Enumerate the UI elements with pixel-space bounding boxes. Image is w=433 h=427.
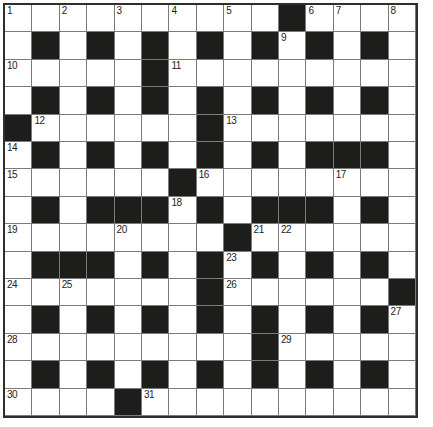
white-cell[interactable] bbox=[389, 361, 416, 388]
white-cell[interactable]: 12 bbox=[32, 115, 59, 142]
black-cell bbox=[279, 5, 306, 32]
black-cell bbox=[32, 142, 59, 169]
white-cell[interactable] bbox=[197, 334, 224, 361]
white-cell[interactable] bbox=[306, 115, 333, 142]
white-cell[interactable]: 28 bbox=[5, 334, 32, 361]
black-cell bbox=[252, 306, 279, 333]
white-cell[interactable] bbox=[32, 169, 59, 196]
black-cell bbox=[142, 142, 169, 169]
white-cell[interactable] bbox=[60, 142, 87, 169]
white-cell[interactable] bbox=[224, 87, 251, 114]
black-cell bbox=[142, 361, 169, 388]
white-cell[interactable]: 25 bbox=[60, 279, 87, 306]
clue-number: 16 bbox=[199, 170, 209, 180]
white-cell[interactable] bbox=[389, 389, 416, 416]
white-cell[interactable] bbox=[169, 87, 196, 114]
white-cell[interactable] bbox=[87, 169, 114, 196]
white-cell[interactable] bbox=[224, 197, 251, 224]
white-cell[interactable] bbox=[224, 169, 251, 196]
white-cell[interactable] bbox=[115, 361, 142, 388]
white-cell[interactable] bbox=[306, 279, 333, 306]
white-cell[interactable]: 23 bbox=[224, 252, 251, 279]
crossword-grid: 1234567891011121314151617181920212223242… bbox=[3, 3, 418, 418]
white-cell[interactable] bbox=[142, 169, 169, 196]
clue-number: 28 bbox=[7, 335, 17, 345]
black-cell bbox=[197, 115, 224, 142]
black-cell bbox=[197, 279, 224, 306]
clue-number: 23 bbox=[226, 253, 236, 263]
white-cell[interactable]: 16 bbox=[197, 169, 224, 196]
white-cell[interactable] bbox=[279, 115, 306, 142]
white-cell[interactable] bbox=[60, 87, 87, 114]
white-cell[interactable]: 24 bbox=[5, 279, 32, 306]
black-cell bbox=[197, 197, 224, 224]
crossword-page: 1234567891011121314151617181920212223242… bbox=[0, 0, 433, 427]
white-cell[interactable] bbox=[252, 279, 279, 306]
white-cell[interactable] bbox=[115, 142, 142, 169]
white-cell[interactable] bbox=[115, 252, 142, 279]
white-cell[interactable] bbox=[115, 32, 142, 59]
clue-number: 30 bbox=[7, 390, 17, 400]
white-cell[interactable] bbox=[60, 197, 87, 224]
white-cell[interactable] bbox=[87, 279, 114, 306]
white-cell[interactable] bbox=[60, 361, 87, 388]
clue-number: 13 bbox=[226, 116, 236, 126]
white-cell[interactable]: 9 bbox=[279, 32, 306, 59]
white-cell[interactable] bbox=[5, 197, 32, 224]
white-cell[interactable] bbox=[334, 334, 361, 361]
black-cell bbox=[197, 306, 224, 333]
white-cell[interactable] bbox=[389, 115, 416, 142]
white-cell[interactable] bbox=[252, 169, 279, 196]
white-cell[interactable] bbox=[361, 279, 388, 306]
white-cell[interactable]: 1 bbox=[5, 5, 32, 32]
white-cell[interactable]: 20 bbox=[115, 224, 142, 251]
black-cell bbox=[252, 32, 279, 59]
black-cell bbox=[115, 197, 142, 224]
white-cell[interactable] bbox=[197, 60, 224, 87]
black-cell bbox=[306, 142, 333, 169]
white-cell[interactable]: 8 bbox=[389, 5, 416, 32]
white-cell[interactable] bbox=[60, 334, 87, 361]
white-cell[interactable] bbox=[169, 334, 196, 361]
white-cell[interactable] bbox=[361, 389, 388, 416]
white-cell[interactable] bbox=[279, 279, 306, 306]
white-cell[interactable] bbox=[224, 306, 251, 333]
white-cell[interactable] bbox=[169, 115, 196, 142]
clue-number: 1 bbox=[7, 6, 12, 16]
white-cell[interactable] bbox=[142, 115, 169, 142]
black-cell bbox=[142, 60, 169, 87]
white-cell[interactable] bbox=[334, 87, 361, 114]
clue-number: 2 bbox=[62, 6, 67, 16]
white-cell[interactable] bbox=[142, 334, 169, 361]
white-cell[interactable] bbox=[32, 279, 59, 306]
white-cell[interactable] bbox=[142, 5, 169, 32]
black-cell bbox=[197, 142, 224, 169]
white-cell[interactable]: 5 bbox=[224, 5, 251, 32]
white-cell[interactable] bbox=[252, 115, 279, 142]
black-cell bbox=[361, 197, 388, 224]
clue-number: 31 bbox=[144, 390, 154, 400]
white-cell[interactable] bbox=[5, 87, 32, 114]
white-cell[interactable] bbox=[87, 5, 114, 32]
white-cell[interactable] bbox=[279, 60, 306, 87]
white-cell[interactable] bbox=[32, 389, 59, 416]
white-cell[interactable] bbox=[142, 224, 169, 251]
white-cell[interactable] bbox=[169, 142, 196, 169]
white-cell[interactable] bbox=[32, 224, 59, 251]
clue-number: 4 bbox=[171, 6, 176, 16]
clue-number: 7 bbox=[336, 6, 341, 16]
white-cell[interactable] bbox=[389, 142, 416, 169]
white-cell[interactable] bbox=[361, 169, 388, 196]
white-cell[interactable]: 4 bbox=[169, 5, 196, 32]
black-cell bbox=[306, 32, 333, 59]
white-cell[interactable] bbox=[224, 389, 251, 416]
white-cell[interactable] bbox=[334, 32, 361, 59]
clue-number: 27 bbox=[391, 307, 401, 317]
white-cell[interactable] bbox=[60, 32, 87, 59]
white-cell[interactable] bbox=[224, 361, 251, 388]
black-cell bbox=[252, 142, 279, 169]
white-cell[interactable]: 27 bbox=[389, 306, 416, 333]
white-cell[interactable]: 13 bbox=[224, 115, 251, 142]
black-cell bbox=[115, 389, 142, 416]
white-cell[interactable] bbox=[389, 32, 416, 59]
white-cell[interactable] bbox=[169, 279, 196, 306]
clue-number: 29 bbox=[281, 335, 291, 345]
black-cell bbox=[334, 142, 361, 169]
black-cell bbox=[87, 361, 114, 388]
clue-number: 18 bbox=[171, 198, 181, 208]
white-cell[interactable] bbox=[279, 142, 306, 169]
clue-number: 26 bbox=[226, 280, 236, 290]
white-cell[interactable] bbox=[5, 252, 32, 279]
clue-number: 8 bbox=[391, 6, 396, 16]
black-cell bbox=[197, 361, 224, 388]
white-cell[interactable]: 6 bbox=[306, 5, 333, 32]
black-cell bbox=[142, 32, 169, 59]
clue-number: 9 bbox=[281, 33, 286, 43]
white-cell[interactable]: 21 bbox=[252, 224, 279, 251]
white-cell[interactable] bbox=[87, 115, 114, 142]
white-cell[interactable] bbox=[279, 306, 306, 333]
black-cell bbox=[389, 279, 416, 306]
white-cell[interactable]: 2 bbox=[60, 5, 87, 32]
white-cell[interactable] bbox=[32, 334, 59, 361]
white-cell[interactable] bbox=[279, 87, 306, 114]
white-cell[interactable] bbox=[60, 60, 87, 87]
white-cell[interactable] bbox=[224, 32, 251, 59]
white-cell[interactable]: 31 bbox=[142, 389, 169, 416]
white-cell[interactable] bbox=[334, 389, 361, 416]
clue-number: 25 bbox=[62, 280, 72, 290]
clue-number: 17 bbox=[336, 170, 346, 180]
black-cell bbox=[87, 252, 114, 279]
white-cell[interactable]: 26 bbox=[224, 279, 251, 306]
white-cell[interactable] bbox=[306, 60, 333, 87]
clue-number: 6 bbox=[308, 6, 313, 16]
white-cell[interactable] bbox=[334, 279, 361, 306]
white-cell[interactable] bbox=[252, 389, 279, 416]
black-cell bbox=[169, 169, 196, 196]
white-cell[interactable]: 10 bbox=[5, 60, 32, 87]
white-cell[interactable] bbox=[115, 169, 142, 196]
white-cell[interactable] bbox=[389, 224, 416, 251]
white-cell[interactable] bbox=[279, 389, 306, 416]
white-cell[interactable] bbox=[60, 224, 87, 251]
black-cell bbox=[87, 306, 114, 333]
white-cell[interactable] bbox=[87, 334, 114, 361]
white-cell[interactable] bbox=[169, 389, 196, 416]
black-cell bbox=[32, 252, 59, 279]
white-cell[interactable] bbox=[306, 389, 333, 416]
white-cell[interactable] bbox=[60, 389, 87, 416]
black-cell bbox=[306, 197, 333, 224]
white-cell[interactable] bbox=[115, 87, 142, 114]
black-cell bbox=[361, 32, 388, 59]
white-cell[interactable] bbox=[279, 361, 306, 388]
white-cell[interactable] bbox=[361, 224, 388, 251]
white-cell[interactable] bbox=[60, 306, 87, 333]
black-cell bbox=[361, 252, 388, 279]
white-cell[interactable] bbox=[334, 361, 361, 388]
white-cell[interactable] bbox=[115, 115, 142, 142]
black-cell bbox=[87, 87, 114, 114]
black-cell bbox=[279, 197, 306, 224]
black-cell bbox=[32, 87, 59, 114]
white-cell[interactable] bbox=[279, 169, 306, 196]
black-cell bbox=[361, 306, 388, 333]
white-cell[interactable]: 30 bbox=[5, 389, 32, 416]
white-cell[interactable]: 19 bbox=[5, 224, 32, 251]
white-cell[interactable] bbox=[5, 306, 32, 333]
white-cell[interactable] bbox=[169, 224, 196, 251]
white-cell[interactable] bbox=[5, 32, 32, 59]
white-cell[interactable] bbox=[87, 224, 114, 251]
white-cell[interactable]: 29 bbox=[279, 334, 306, 361]
white-cell[interactable] bbox=[389, 252, 416, 279]
clue-number: 19 bbox=[7, 225, 17, 235]
clue-number: 11 bbox=[171, 61, 180, 71]
black-cell bbox=[32, 197, 59, 224]
clue-number: 24 bbox=[7, 280, 17, 290]
white-cell[interactable] bbox=[252, 5, 279, 32]
black-cell bbox=[32, 306, 59, 333]
white-cell[interactable]: 3 bbox=[115, 5, 142, 32]
black-cell bbox=[252, 197, 279, 224]
white-cell[interactable] bbox=[197, 224, 224, 251]
white-cell[interactable] bbox=[306, 169, 333, 196]
white-cell[interactable] bbox=[361, 60, 388, 87]
white-cell[interactable] bbox=[60, 169, 87, 196]
white-cell[interactable] bbox=[334, 60, 361, 87]
white-cell[interactable]: 22 bbox=[279, 224, 306, 251]
black-cell bbox=[306, 252, 333, 279]
black-cell bbox=[306, 361, 333, 388]
white-cell[interactable]: 11 bbox=[169, 60, 196, 87]
black-cell bbox=[306, 87, 333, 114]
white-cell[interactable] bbox=[252, 60, 279, 87]
clue-number: 5 bbox=[226, 6, 231, 16]
black-cell bbox=[32, 361, 59, 388]
white-cell[interactable] bbox=[115, 306, 142, 333]
white-cell[interactable] bbox=[32, 5, 59, 32]
black-cell bbox=[142, 252, 169, 279]
black-cell bbox=[142, 87, 169, 114]
white-cell[interactable] bbox=[87, 60, 114, 87]
white-cell[interactable]: 15 bbox=[5, 169, 32, 196]
black-cell bbox=[87, 32, 114, 59]
black-cell bbox=[87, 142, 114, 169]
clue-number: 14 bbox=[7, 143, 17, 153]
white-cell[interactable] bbox=[60, 115, 87, 142]
black-cell bbox=[252, 361, 279, 388]
white-cell[interactable]: 14 bbox=[5, 142, 32, 169]
black-cell bbox=[5, 115, 32, 142]
black-cell bbox=[87, 197, 114, 224]
white-cell[interactable] bbox=[169, 306, 196, 333]
white-cell[interactable]: 18 bbox=[169, 197, 196, 224]
white-cell[interactable] bbox=[306, 224, 333, 251]
white-cell[interactable] bbox=[115, 334, 142, 361]
white-cell[interactable] bbox=[169, 252, 196, 279]
white-cell[interactable] bbox=[334, 224, 361, 251]
black-cell bbox=[361, 142, 388, 169]
black-cell bbox=[252, 87, 279, 114]
black-cell bbox=[252, 334, 279, 361]
white-cell[interactable] bbox=[334, 306, 361, 333]
clue-number: 3 bbox=[117, 6, 122, 16]
black-cell bbox=[32, 32, 59, 59]
white-cell[interactable] bbox=[5, 361, 32, 388]
white-cell[interactable] bbox=[142, 279, 169, 306]
white-cell[interactable] bbox=[197, 389, 224, 416]
clue-number: 10 bbox=[7, 61, 17, 71]
black-cell bbox=[142, 197, 169, 224]
black-cell bbox=[252, 252, 279, 279]
white-cell[interactable] bbox=[32, 60, 59, 87]
white-cell[interactable] bbox=[169, 361, 196, 388]
white-cell[interactable] bbox=[224, 334, 251, 361]
white-cell[interactable] bbox=[389, 169, 416, 196]
white-cell[interactable] bbox=[389, 197, 416, 224]
clue-number: 15 bbox=[7, 170, 17, 180]
white-cell[interactable] bbox=[334, 252, 361, 279]
white-cell[interactable]: 17 bbox=[334, 169, 361, 196]
white-cell[interactable]: 7 bbox=[334, 5, 361, 32]
black-cell bbox=[197, 252, 224, 279]
white-cell[interactable] bbox=[389, 334, 416, 361]
black-cell bbox=[197, 32, 224, 59]
black-cell bbox=[197, 87, 224, 114]
black-cell bbox=[361, 87, 388, 114]
white-cell[interactable] bbox=[115, 279, 142, 306]
black-cell bbox=[306, 306, 333, 333]
white-cell[interactable] bbox=[334, 197, 361, 224]
white-cell[interactable] bbox=[361, 5, 388, 32]
white-cell[interactable] bbox=[87, 389, 114, 416]
white-cell[interactable] bbox=[334, 115, 361, 142]
white-cell[interactable] bbox=[361, 334, 388, 361]
clue-number: 21 bbox=[254, 225, 264, 235]
white-cell[interactable] bbox=[389, 60, 416, 87]
white-cell[interactable] bbox=[306, 334, 333, 361]
white-cell[interactable] bbox=[389, 87, 416, 114]
black-cell bbox=[60, 252, 87, 279]
white-cell[interactable] bbox=[115, 60, 142, 87]
black-cell bbox=[142, 306, 169, 333]
clue-number: 22 bbox=[281, 225, 291, 235]
black-cell bbox=[361, 361, 388, 388]
white-cell[interactable] bbox=[279, 252, 306, 279]
clue-number: 12 bbox=[34, 116, 44, 126]
white-cell[interactable] bbox=[361, 115, 388, 142]
black-cell bbox=[224, 224, 251, 251]
white-cell[interactable] bbox=[197, 5, 224, 32]
white-cell[interactable] bbox=[224, 142, 251, 169]
clue-number: 20 bbox=[117, 225, 127, 235]
white-cell[interactable] bbox=[224, 60, 251, 87]
white-cell[interactable] bbox=[169, 32, 196, 59]
